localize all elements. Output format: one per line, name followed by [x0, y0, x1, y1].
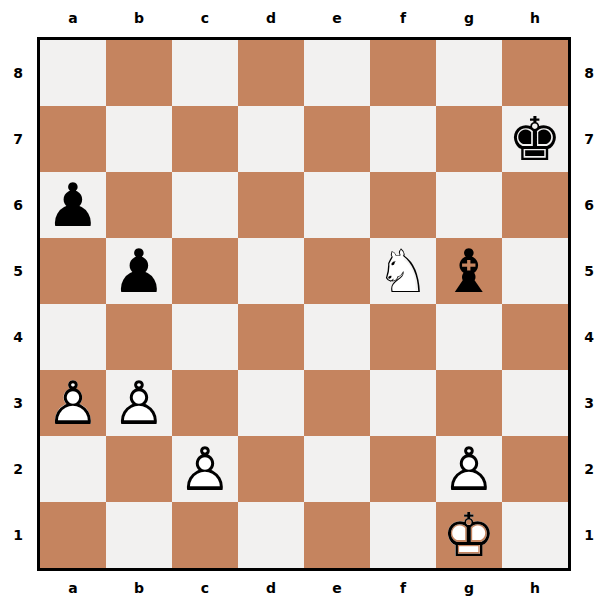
square-g2[interactable]: ♟♙: [436, 436, 502, 502]
file-label-top-a: a: [40, 5, 106, 31]
square-e8[interactable]: [304, 40, 370, 106]
piece-glyph: ♟: [106, 238, 172, 304]
square-b4[interactable]: [106, 304, 172, 370]
square-b6[interactable]: [106, 172, 172, 238]
file-label-bottom-h: h: [502, 575, 568, 601]
rank-label-left-8: 8: [5, 40, 31, 106]
chess-diagram: abcdefgh 87654321 ♚♟♟♞♘♝♟♙♟♙♟♙♟♙♚♔ 87654…: [0, 0, 609, 609]
square-b1[interactable]: [106, 502, 172, 568]
rank-label-left-4: 4: [5, 304, 31, 370]
file-label-top-c: c: [172, 5, 238, 31]
piece-outline-glyph: ♙: [40, 370, 106, 436]
file-labels-top: abcdefgh: [40, 5, 568, 31]
black-king[interactable]: ♚: [502, 106, 568, 172]
rank-label-right-7: 7: [576, 106, 602, 172]
square-g5[interactable]: ♝: [436, 238, 502, 304]
square-c2[interactable]: ♟♙: [172, 436, 238, 502]
rank-labels-right: 87654321: [576, 40, 602, 568]
square-b2[interactable]: [106, 436, 172, 502]
file-label-bottom-d: d: [238, 575, 304, 601]
square-b8[interactable]: [106, 40, 172, 106]
square-h1[interactable]: [502, 502, 568, 568]
black-pawn[interactable]: ♟: [40, 172, 106, 238]
file-label-top-b: b: [106, 5, 172, 31]
rank-label-left-1: 1: [5, 502, 31, 568]
piece-outline-glyph: ♙: [106, 370, 172, 436]
square-a4[interactable]: [40, 304, 106, 370]
square-b3[interactable]: ♟♙: [106, 370, 172, 436]
file-label-top-d: d: [238, 5, 304, 31]
file-label-bottom-f: f: [370, 575, 436, 601]
square-d2[interactable]: [238, 436, 304, 502]
square-g8[interactable]: [436, 40, 502, 106]
piece-glyph: ♟: [40, 172, 106, 238]
square-d4[interactable]: [238, 304, 304, 370]
square-e1[interactable]: [304, 502, 370, 568]
square-e7[interactable]: [304, 106, 370, 172]
white-pawn[interactable]: ♟♙: [106, 370, 172, 436]
square-a7[interactable]: [40, 106, 106, 172]
white-pawn[interactable]: ♟♙: [172, 436, 238, 502]
square-h2[interactable]: [502, 436, 568, 502]
square-c5[interactable]: [172, 238, 238, 304]
rank-label-right-6: 6: [576, 172, 602, 238]
file-label-bottom-b: b: [106, 575, 172, 601]
rank-label-left-7: 7: [5, 106, 31, 172]
board: ♚♟♟♞♘♝♟♙♟♙♟♙♟♙♚♔: [37, 37, 571, 571]
square-a8[interactable]: [40, 40, 106, 106]
rank-label-left-5: 5: [5, 238, 31, 304]
square-f4[interactable]: [370, 304, 436, 370]
square-d7[interactable]: [238, 106, 304, 172]
square-a1[interactable]: [40, 502, 106, 568]
file-label-top-e: e: [304, 5, 370, 31]
square-c6[interactable]: [172, 172, 238, 238]
square-h4[interactable]: [502, 304, 568, 370]
square-g7[interactable]: [436, 106, 502, 172]
square-b7[interactable]: [106, 106, 172, 172]
file-label-bottom-e: e: [304, 575, 370, 601]
rank-label-right-8: 8: [576, 40, 602, 106]
square-f2[interactable]: [370, 436, 436, 502]
square-e4[interactable]: [304, 304, 370, 370]
piece-outline-glyph: ♙: [436, 436, 502, 502]
rank-label-right-5: 5: [576, 238, 602, 304]
square-h3[interactable]: [502, 370, 568, 436]
square-h8[interactable]: [502, 40, 568, 106]
square-c4[interactable]: [172, 304, 238, 370]
square-f7[interactable]: [370, 106, 436, 172]
black-bishop[interactable]: ♝: [436, 238, 502, 304]
square-a6[interactable]: ♟: [40, 172, 106, 238]
square-f5[interactable]: ♞♘: [370, 238, 436, 304]
rank-label-left-3: 3: [5, 370, 31, 436]
square-c3[interactable]: [172, 370, 238, 436]
piece-glyph: ♚: [502, 106, 568, 172]
square-g1[interactable]: ♚♔: [436, 502, 502, 568]
rank-label-right-3: 3: [576, 370, 602, 436]
square-d8[interactable]: [238, 40, 304, 106]
square-b5[interactable]: ♟: [106, 238, 172, 304]
square-e2[interactable]: [304, 436, 370, 502]
square-g3[interactable]: [436, 370, 502, 436]
square-d6[interactable]: [238, 172, 304, 238]
square-h6[interactable]: [502, 172, 568, 238]
square-a3[interactable]: ♟♙: [40, 370, 106, 436]
square-a5[interactable]: [40, 238, 106, 304]
rank-label-right-2: 2: [576, 436, 602, 502]
black-pawn[interactable]: ♟: [106, 238, 172, 304]
square-e5[interactable]: [304, 238, 370, 304]
square-c8[interactable]: [172, 40, 238, 106]
square-e3[interactable]: [304, 370, 370, 436]
piece-outline-glyph: ♔: [436, 502, 502, 568]
file-label-top-f: f: [370, 5, 436, 31]
square-f3[interactable]: [370, 370, 436, 436]
square-d3[interactable]: [238, 370, 304, 436]
square-e6[interactable]: [304, 172, 370, 238]
rank-label-left-6: 6: [5, 172, 31, 238]
piece-glyph: ♝: [436, 238, 502, 304]
square-a2[interactable]: [40, 436, 106, 502]
square-f8[interactable]: [370, 40, 436, 106]
square-d5[interactable]: [238, 238, 304, 304]
square-h5[interactable]: [502, 238, 568, 304]
square-f6[interactable]: [370, 172, 436, 238]
rank-label-right-4: 4: [576, 304, 602, 370]
white-knight[interactable]: ♞♘: [370, 238, 436, 304]
file-label-bottom-a: a: [40, 575, 106, 601]
file-label-top-h: h: [502, 5, 568, 31]
rank-label-left-2: 2: [5, 436, 31, 502]
white-pawn[interactable]: ♟♙: [436, 436, 502, 502]
white-king[interactable]: ♚♔: [436, 502, 502, 568]
file-label-top-g: g: [436, 5, 502, 31]
square-c7[interactable]: [172, 106, 238, 172]
rank-label-right-1: 1: [576, 502, 602, 568]
file-labels-bottom: abcdefgh: [40, 575, 568, 601]
piece-outline-glyph: ♘: [370, 238, 436, 304]
square-f1[interactable]: [370, 502, 436, 568]
rank-labels-left: 87654321: [5, 40, 31, 568]
square-d1[interactable]: [238, 502, 304, 568]
square-c1[interactable]: [172, 502, 238, 568]
file-label-bottom-c: c: [172, 575, 238, 601]
file-label-bottom-g: g: [436, 575, 502, 601]
piece-outline-glyph: ♙: [172, 436, 238, 502]
square-h7[interactable]: ♚: [502, 106, 568, 172]
square-g6[interactable]: [436, 172, 502, 238]
square-g4[interactable]: [436, 304, 502, 370]
white-pawn[interactable]: ♟♙: [40, 370, 106, 436]
